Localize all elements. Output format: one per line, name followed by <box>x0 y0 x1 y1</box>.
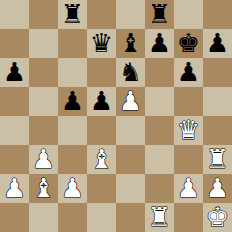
square-g8[interactable] <box>174 0 203 29</box>
square-d1[interactable] <box>87 203 116 232</box>
square-h8[interactable] <box>203 0 232 29</box>
piece-white-queen: ♛ <box>177 116 200 145</box>
square-f3[interactable] <box>145 145 174 174</box>
square-h6[interactable] <box>203 58 232 87</box>
piece-black-queen: ♛ <box>90 29 113 58</box>
square-h1[interactable]: ♚ <box>203 203 232 232</box>
square-c1[interactable] <box>58 203 87 232</box>
square-b7[interactable] <box>29 29 58 58</box>
chess-board: ♜♜♛♝♟♚♟♟♞♟♟♟♟♛♟♝♜♟♝♟♟♟♜♚ <box>0 0 232 232</box>
square-e5[interactable]: ♟ <box>116 87 145 116</box>
square-e8[interactable] <box>116 0 145 29</box>
square-a6[interactable]: ♟ <box>0 58 29 87</box>
piece-black-bishop: ♝ <box>119 29 142 58</box>
square-e1[interactable] <box>116 203 145 232</box>
square-h2[interactable]: ♟ <box>203 174 232 203</box>
piece-white-pawn: ♟ <box>61 174 84 203</box>
square-g1[interactable] <box>174 203 203 232</box>
piece-white-rook: ♜ <box>206 145 229 174</box>
square-g6[interactable]: ♟ <box>174 58 203 87</box>
square-d8[interactable] <box>87 0 116 29</box>
piece-black-knight: ♞ <box>119 58 142 87</box>
piece-white-pawn: ♟ <box>177 174 200 203</box>
piece-black-pawn: ♟ <box>148 29 171 58</box>
piece-white-pawn: ♟ <box>206 174 229 203</box>
piece-white-pawn: ♟ <box>3 174 26 203</box>
square-e4[interactable] <box>116 116 145 145</box>
piece-black-pawn: ♟ <box>177 58 200 87</box>
square-f8[interactable]: ♜ <box>145 0 174 29</box>
square-d3[interactable]: ♝ <box>87 145 116 174</box>
piece-white-bishop: ♝ <box>32 174 55 203</box>
square-d6[interactable] <box>87 58 116 87</box>
square-b3[interactable]: ♟ <box>29 145 58 174</box>
square-d5[interactable]: ♟ <box>87 87 116 116</box>
piece-white-pawn: ♟ <box>32 145 55 174</box>
piece-black-rook: ♜ <box>148 0 171 29</box>
square-e3[interactable] <box>116 145 145 174</box>
square-c4[interactable] <box>58 116 87 145</box>
square-g2[interactable]: ♟ <box>174 174 203 203</box>
square-e7[interactable]: ♝ <box>116 29 145 58</box>
square-d4[interactable] <box>87 116 116 145</box>
square-c8[interactable]: ♜ <box>58 0 87 29</box>
square-b5[interactable] <box>29 87 58 116</box>
square-c2[interactable]: ♟ <box>58 174 87 203</box>
square-h4[interactable] <box>203 116 232 145</box>
square-a2[interactable]: ♟ <box>0 174 29 203</box>
piece-white-king: ♚ <box>206 203 229 232</box>
square-g4[interactable]: ♛ <box>174 116 203 145</box>
square-h5[interactable] <box>203 87 232 116</box>
square-c3[interactable] <box>58 145 87 174</box>
piece-black-rook: ♜ <box>61 0 84 29</box>
square-b4[interactable] <box>29 116 58 145</box>
piece-white-pawn: ♟ <box>119 87 142 116</box>
square-f6[interactable] <box>145 58 174 87</box>
piece-black-pawn: ♟ <box>61 87 84 116</box>
square-a8[interactable] <box>0 0 29 29</box>
square-c6[interactable] <box>58 58 87 87</box>
square-b1[interactable] <box>29 203 58 232</box>
square-e6[interactable]: ♞ <box>116 58 145 87</box>
square-c5[interactable]: ♟ <box>58 87 87 116</box>
piece-black-pawn: ♟ <box>90 87 113 116</box>
square-d7[interactable]: ♛ <box>87 29 116 58</box>
square-b8[interactable] <box>29 0 58 29</box>
piece-white-rook: ♜ <box>148 203 171 232</box>
square-f2[interactable] <box>145 174 174 203</box>
square-f7[interactable]: ♟ <box>145 29 174 58</box>
square-f5[interactable] <box>145 87 174 116</box>
square-a7[interactable] <box>0 29 29 58</box>
piece-black-pawn: ♟ <box>206 29 229 58</box>
square-c7[interactable] <box>58 29 87 58</box>
square-b2[interactable]: ♝ <box>29 174 58 203</box>
square-h7[interactable]: ♟ <box>203 29 232 58</box>
square-h3[interactable]: ♜ <box>203 145 232 174</box>
square-f4[interactable] <box>145 116 174 145</box>
square-d2[interactable] <box>87 174 116 203</box>
square-f1[interactable]: ♜ <box>145 203 174 232</box>
square-b6[interactable] <box>29 58 58 87</box>
square-a4[interactable] <box>0 116 29 145</box>
piece-white-bishop: ♝ <box>90 145 113 174</box>
square-a5[interactable] <box>0 87 29 116</box>
piece-black-pawn: ♟ <box>3 58 26 87</box>
square-e2[interactable] <box>116 174 145 203</box>
piece-black-king: ♚ <box>177 29 200 58</box>
square-g7[interactable]: ♚ <box>174 29 203 58</box>
square-a3[interactable] <box>0 145 29 174</box>
square-g3[interactable] <box>174 145 203 174</box>
square-g5[interactable] <box>174 87 203 116</box>
square-a1[interactable] <box>0 203 29 232</box>
